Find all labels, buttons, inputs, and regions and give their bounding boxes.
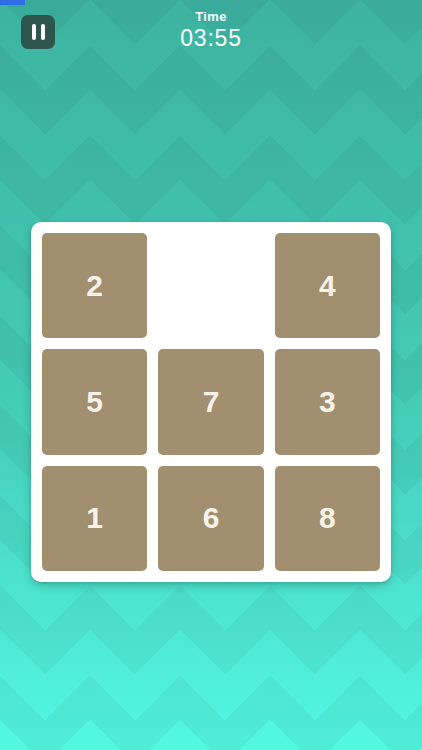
tile-3[interactable]: 3 — [275, 349, 380, 454]
timer: Time 03:55 — [0, 9, 422, 51]
app-screen: Time 03:55 24573168 — [0, 0, 422, 750]
puzzle-grid: 24573168 — [31, 222, 391, 582]
tile-4[interactable]: 4 — [275, 233, 380, 338]
empty-cell — [158, 233, 263, 338]
tile-2[interactable]: 2 — [42, 233, 147, 338]
puzzle-board: 24573168 — [31, 222, 391, 582]
timer-value: 03:55 — [0, 25, 422, 51]
tile-7[interactable]: 7 — [158, 349, 263, 454]
tile-1[interactable]: 1 — [42, 466, 147, 571]
tile-8[interactable]: 8 — [275, 466, 380, 571]
tile-6[interactable]: 6 — [158, 466, 263, 571]
tile-5[interactable]: 5 — [42, 349, 147, 454]
timer-label: Time — [0, 9, 422, 25]
status-bar-fragment — [0, 0, 25, 5]
